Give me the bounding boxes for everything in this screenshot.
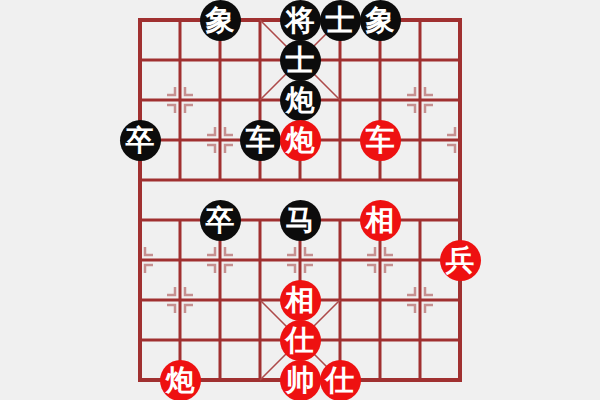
piece-red-advisor[interactable]: 仕 — [280, 320, 321, 361]
piece-red-advisor[interactable]: 仕 — [320, 360, 361, 400]
piece-black-elephant[interactable]: 象 — [200, 0, 241, 41]
piece-black-pawn[interactable]: 卒 — [200, 200, 241, 241]
piece-red-chariot[interactable]: 车 — [360, 120, 401, 161]
piece-black-chariot[interactable]: 车 — [240, 120, 281, 161]
piece-black-general[interactable]: 将 — [280, 0, 321, 41]
piece-black-pawn[interactable]: 卒 — [120, 120, 161, 161]
piece-black-advisor[interactable]: 士 — [320, 0, 361, 41]
piece-red-cannon[interactable]: 炮 — [280, 120, 321, 161]
piece-black-elephant[interactable]: 象 — [360, 0, 401, 41]
piece-black-horse[interactable]: 马 — [280, 200, 321, 241]
piece-red-cannon[interactable]: 炮 — [160, 360, 201, 400]
xiangqi-board: 象将士象士炮卒车炮车卒马相兵相仕炮帅仕 — [0, 0, 600, 400]
pieces-layer: 象将士象士炮卒车炮车卒马相兵相仕炮帅仕 — [120, 0, 480, 400]
piece-red-elephant[interactable]: 相 — [360, 200, 401, 241]
piece-black-cannon[interactable]: 炮 — [280, 80, 321, 121]
piece-red-pawn[interactable]: 兵 — [440, 240, 481, 281]
piece-red-general[interactable]: 帅 — [280, 360, 321, 400]
piece-red-elephant[interactable]: 相 — [280, 280, 321, 321]
piece-black-advisor[interactable]: 士 — [280, 40, 321, 81]
